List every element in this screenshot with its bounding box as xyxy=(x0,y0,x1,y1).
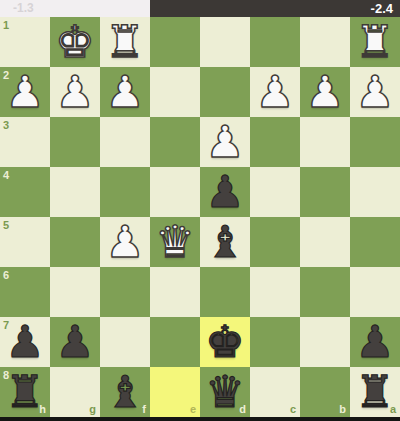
square-c5[interactable] xyxy=(250,217,300,267)
square-e1[interactable] xyxy=(150,17,200,67)
square-h8[interactable]: 8h♜ xyxy=(0,367,50,417)
square-b7[interactable] xyxy=(300,317,350,367)
square-c8[interactable]: c xyxy=(250,367,300,417)
square-d6[interactable] xyxy=(200,267,250,317)
square-d7[interactable]: ♚ xyxy=(200,317,250,367)
file-label-h: h xyxy=(39,403,46,415)
square-a5[interactable] xyxy=(350,217,400,267)
rank-label-6: 6 xyxy=(3,269,9,281)
white-pawn-d3[interactable]: ♟ xyxy=(200,117,250,167)
square-b8[interactable]: b xyxy=(300,367,350,417)
square-a2[interactable]: ♟ xyxy=(350,67,400,117)
square-f7[interactable] xyxy=(100,317,150,367)
square-h2[interactable]: 2♟ xyxy=(0,67,50,117)
square-h4[interactable]: 4 xyxy=(0,167,50,217)
white-pawn-a2[interactable]: ♟ xyxy=(350,67,400,117)
black-pawn-a7[interactable]: ♟ xyxy=(350,317,400,367)
rank-label-1: 1 xyxy=(3,19,9,31)
file-label-b: b xyxy=(339,403,346,415)
rank-label-5: 5 xyxy=(3,219,9,231)
square-f8[interactable]: f♝ xyxy=(100,367,150,417)
square-e6[interactable] xyxy=(150,267,200,317)
square-e5[interactable]: ♛ xyxy=(150,217,200,267)
square-f2[interactable]: ♟ xyxy=(100,67,150,117)
square-d8[interactable]: d♛ xyxy=(200,367,250,417)
black-king-d7[interactable]: ♚ xyxy=(200,317,250,367)
black-pawn-d4[interactable]: ♟ xyxy=(200,167,250,217)
square-d1[interactable] xyxy=(200,17,250,67)
square-e3[interactable] xyxy=(150,117,200,167)
file-label-e: e xyxy=(190,403,196,415)
square-a6[interactable] xyxy=(350,267,400,317)
square-a1[interactable]: ♜ xyxy=(350,17,400,67)
square-h1[interactable]: 1 xyxy=(0,17,50,67)
current-eval-score: -2.4 xyxy=(371,1,393,16)
white-pawn-c2[interactable]: ♟ xyxy=(250,67,300,117)
square-f3[interactable] xyxy=(100,117,150,167)
white-rook-a1[interactable]: ♜ xyxy=(350,17,400,67)
square-b4[interactable] xyxy=(300,167,350,217)
square-c6[interactable] xyxy=(250,267,300,317)
square-a3[interactable] xyxy=(350,117,400,167)
square-c7[interactable] xyxy=(250,317,300,367)
square-g5[interactable] xyxy=(50,217,100,267)
file-label-a: a xyxy=(390,403,396,415)
square-f6[interactable] xyxy=(100,267,150,317)
square-g2[interactable]: ♟ xyxy=(50,67,100,117)
square-b3[interactable] xyxy=(300,117,350,167)
white-pawn-f2[interactable]: ♟ xyxy=(100,67,150,117)
square-h5[interactable]: 5 xyxy=(0,217,50,267)
black-bishop-d5[interactable]: ♝ xyxy=(200,217,250,267)
chess-board: 1♚♜♜2♟♟♟♟♟♟3♟4♟5♟♛♝67♟♟♚♟8h♜gf♝ed♛cba♜ xyxy=(0,17,400,417)
square-h3[interactable]: 3 xyxy=(0,117,50,167)
previous-eval-score: -1.3 xyxy=(13,1,34,15)
square-h7[interactable]: 7♟ xyxy=(0,317,50,367)
white-queen-e5[interactable]: ♛ xyxy=(150,217,200,267)
square-e4[interactable] xyxy=(150,167,200,217)
white-pawn-f5[interactable]: ♟ xyxy=(100,217,150,267)
white-pawn-b2[interactable]: ♟ xyxy=(300,67,350,117)
file-label-f: f xyxy=(142,403,146,415)
rank-label-8: 8 xyxy=(3,369,9,381)
black-pawn-g7[interactable]: ♟ xyxy=(50,317,100,367)
square-d3[interactable]: ♟ xyxy=(200,117,250,167)
square-b6[interactable] xyxy=(300,267,350,317)
evaluation-bar: -1.3 -2.4 xyxy=(0,0,400,17)
rank-label-2: 2 xyxy=(3,69,9,81)
square-g8[interactable]: g xyxy=(50,367,100,417)
square-g7[interactable]: ♟ xyxy=(50,317,100,367)
square-a7[interactable]: ♟ xyxy=(350,317,400,367)
square-a4[interactable] xyxy=(350,167,400,217)
square-e8[interactable]: e xyxy=(150,367,200,417)
square-c1[interactable] xyxy=(250,17,300,67)
square-a8[interactable]: a♜ xyxy=(350,367,400,417)
square-g6[interactable] xyxy=(50,267,100,317)
square-c2[interactable]: ♟ xyxy=(250,67,300,117)
white-rook-f1[interactable]: ♜ xyxy=(100,17,150,67)
square-b5[interactable] xyxy=(300,217,350,267)
square-d5[interactable]: ♝ xyxy=(200,217,250,267)
white-king-g1[interactable]: ♚ xyxy=(50,17,100,67)
bottom-bar xyxy=(0,417,400,421)
file-label-d: d xyxy=(239,403,246,415)
square-b2[interactable]: ♟ xyxy=(300,67,350,117)
square-f5[interactable]: ♟ xyxy=(100,217,150,267)
square-c4[interactable] xyxy=(250,167,300,217)
square-e2[interactable] xyxy=(150,67,200,117)
square-d4[interactable]: ♟ xyxy=(200,167,250,217)
square-f4[interactable] xyxy=(100,167,150,217)
square-c3[interactable] xyxy=(250,117,300,167)
square-e7[interactable] xyxy=(150,317,200,367)
rank-label-7: 7 xyxy=(3,319,9,331)
file-label-g: g xyxy=(89,403,96,415)
square-b1[interactable] xyxy=(300,17,350,67)
file-label-c: c xyxy=(290,403,296,415)
rank-label-4: 4 xyxy=(3,169,9,181)
square-g3[interactable] xyxy=(50,117,100,167)
square-h6[interactable]: 6 xyxy=(0,267,50,317)
square-g1[interactable]: ♚ xyxy=(50,17,100,67)
square-g4[interactable] xyxy=(50,167,100,217)
rank-label-3: 3 xyxy=(3,119,9,131)
white-pawn-g2[interactable]: ♟ xyxy=(50,67,100,117)
square-f1[interactable]: ♜ xyxy=(100,17,150,67)
square-d2[interactable] xyxy=(200,67,250,117)
